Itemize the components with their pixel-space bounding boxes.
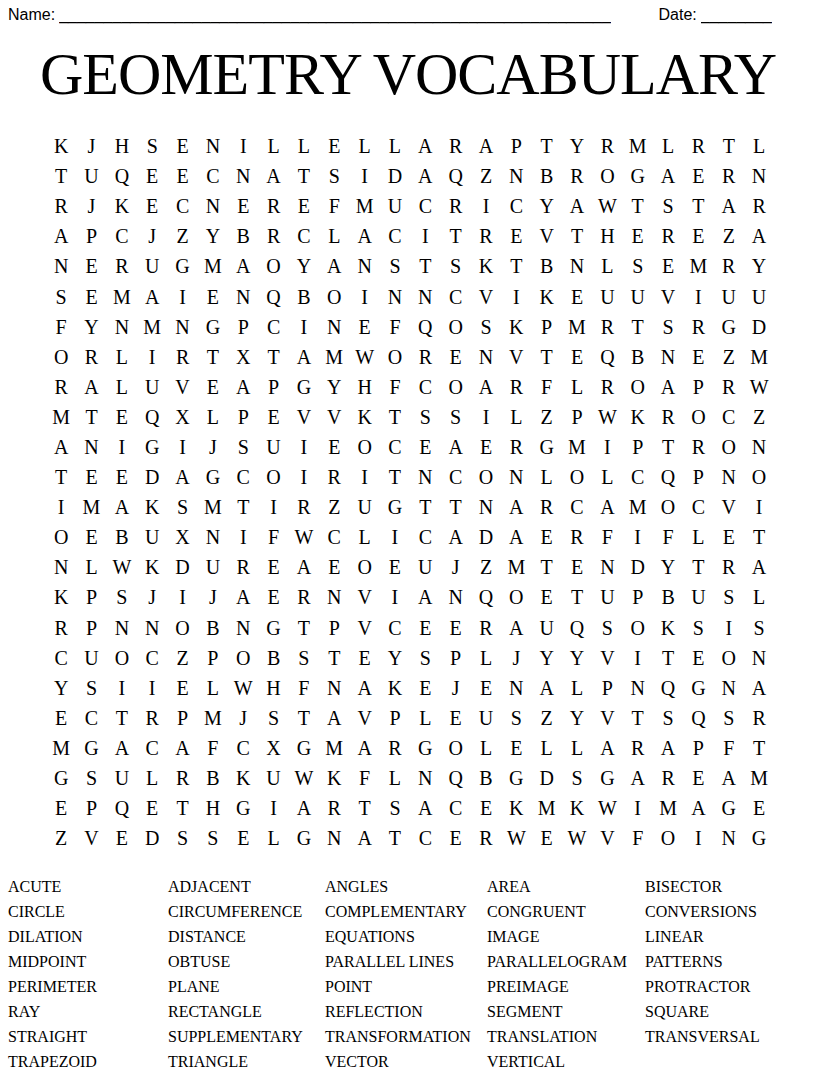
grid-cell-r11c20: P (623, 432, 653, 462)
grid-cell-r19c4: I (137, 673, 167, 703)
grid-cell-r6c5: I (167, 281, 197, 311)
grid-cell-r14c13: C (410, 522, 440, 552)
grid-cell-r13c19: A (592, 492, 622, 522)
grid-cell-r22c17: D (532, 763, 562, 793)
grid-cell-r24c22: I (683, 823, 713, 853)
grid-cell-r9c5: V (167, 372, 197, 402)
grid-cell-r17c1: R (46, 613, 76, 643)
grid-cell-r20c13: L (410, 703, 440, 733)
grid-cell-r23c6: H (198, 793, 228, 823)
grid-cell-r17c8: G (258, 613, 288, 643)
grid-cell-r1c14: R (440, 131, 470, 161)
grid-cell-r1c11: L (349, 131, 379, 161)
grid-cell-r4c5: Z (167, 221, 197, 251)
grid-cell-r7c12: F (380, 312, 410, 342)
grid-cell-r16c10: N (319, 582, 349, 612)
grid-cell-r8c7: X (228, 342, 258, 372)
grid-cell-r7c9: I (289, 312, 319, 342)
grid-cell-r6c8: Q (258, 281, 288, 311)
grid-cell-r3c21: S (653, 191, 683, 221)
grid-cell-r24c5: S (167, 823, 197, 853)
grid-cell-r10c10: V (319, 402, 349, 432)
grid-cell-r18c16: J (501, 643, 531, 673)
grid-cell-r6c3: M (107, 281, 137, 311)
name-blank-line[interactable]: ________________________________________… (59, 6, 611, 24)
grid-cell-r22c2: S (76, 763, 106, 793)
grid-cell-r2c12: D (380, 161, 410, 191)
grid-cell-r18c4: C (137, 643, 167, 673)
grid-cell-r5c9: Y (289, 251, 319, 281)
grid-cell-r9c3: L (107, 372, 137, 402)
grid-cell-r15c2: L (76, 552, 106, 582)
grid-cell-r18c9: S (289, 643, 319, 673)
grid-cell-r22c15: B (471, 763, 501, 793)
grid-cell-r21c17: L (532, 733, 562, 763)
grid-cell-r13c9: R (289, 492, 319, 522)
grid-cell-r10c20: K (623, 402, 653, 432)
grid-cell-r18c1: C (46, 643, 76, 673)
grid-cell-r5c12: S (380, 251, 410, 281)
grid-cell-r20c15: U (471, 703, 501, 733)
grid-cell-r7c24: D (744, 312, 774, 342)
grid-cell-r6c14: C (440, 281, 470, 311)
grid-cell-r18c6: P (198, 643, 228, 673)
grid-cell-r15c4: K (137, 552, 167, 582)
grid-cell-r12c3: E (107, 462, 137, 492)
grid-cell-r13c12: G (380, 492, 410, 522)
grid-cell-r24c8: L (258, 823, 288, 853)
word-bank-item-adjacent: ADJACENT (168, 875, 325, 900)
grid-cell-r17c15: R (471, 613, 501, 643)
grid-cell-r8c17: T (532, 342, 562, 372)
grid-cell-r20c19: V (592, 703, 622, 733)
grid-cell-r4c14: T (440, 221, 470, 251)
grid-cell-r15c20: D (623, 552, 653, 582)
grid-cell-r9c12: F (380, 372, 410, 402)
grid-cell-r2c7: N (228, 161, 258, 191)
grid-cell-r14c6: N (198, 522, 228, 552)
grid-cell-r4c15: R (471, 221, 501, 251)
grid-cell-r14c12: I (380, 522, 410, 552)
grid-cell-r11c4: G (137, 432, 167, 462)
grid-cell-r2c4: E (137, 161, 167, 191)
grid-cell-r14c21: F (653, 522, 683, 552)
grid-cell-r21c10: M (319, 733, 349, 763)
grid-cell-r20c14: E (440, 703, 470, 733)
grid-cell-r16c12: I (380, 582, 410, 612)
grid-cell-r2c19: O (592, 161, 622, 191)
grid-cell-r17c16: A (501, 613, 531, 643)
grid-cell-r11c19: I (592, 432, 622, 462)
grid-cell-r14c15: D (471, 522, 501, 552)
grid-cell-r9c18: L (562, 372, 592, 402)
grid-cell-r14c7: I (228, 522, 258, 552)
word-bank-item-dilation: DILATION (8, 925, 168, 950)
grid-cell-r21c6: F (198, 733, 228, 763)
word-bank-item-area: AREA (487, 875, 645, 900)
grid-cell-r2c11: I (349, 161, 379, 191)
grid-cell-r12c17: L (532, 462, 562, 492)
grid-cell-r20c16: S (501, 703, 531, 733)
grid-cell-r24c11: A (349, 823, 379, 853)
grid-cell-r7c2: Y (76, 312, 106, 342)
grid-cell-r15c1: N (46, 552, 76, 582)
word-bank-item-parallelogram: PARALLELOGRAM (487, 950, 645, 975)
grid-cell-r15c22: T (683, 552, 713, 582)
grid-cell-r12c6: G (198, 462, 228, 492)
grid-cell-r6c19: U (592, 281, 622, 311)
grid-cell-r3c18: A (562, 191, 592, 221)
grid-cell-r11c22: R (683, 432, 713, 462)
grid-cell-r13c20: M (623, 492, 653, 522)
grid-cell-r20c21: S (653, 703, 683, 733)
grid-cell-r11c11: O (349, 432, 379, 462)
grid-cell-r16c13: A (410, 582, 440, 612)
grid-cell-r12c4: D (137, 462, 167, 492)
grid-cell-r8c16: V (501, 342, 531, 372)
grid-cell-r4c13: I (410, 221, 440, 251)
grid-cell-r6c11: I (349, 281, 379, 311)
grid-cell-r6c1: S (46, 281, 76, 311)
grid-cell-r7c18: M (562, 312, 592, 342)
grid-cell-r6c9: B (289, 281, 319, 311)
grid-cell-r24c16: W (501, 823, 531, 853)
grid-cell-r23c15: E (471, 793, 501, 823)
grid-cell-r8c11: W (349, 342, 379, 372)
grid-cell-r7c20: T (623, 312, 653, 342)
grid-cell-r3c9: E (289, 191, 319, 221)
word-bank-item-segment: SEGMENT (487, 999, 645, 1024)
grid-cell-r12c13: N (410, 462, 440, 492)
word-bank-item-acute: ACUTE (8, 875, 168, 900)
grid-cell-r10c21: R (653, 402, 683, 432)
grid-cell-r20c20: T (623, 703, 653, 733)
word-bank-item-circle: CIRCLE (8, 900, 168, 925)
grid-cell-r8c4: I (137, 342, 167, 372)
grid-cell-r12c11: I (349, 462, 379, 492)
grid-cell-r18c2: U (76, 643, 106, 673)
grid-cell-r14c16: A (501, 522, 531, 552)
grid-cell-r22c13: N (410, 763, 440, 793)
grid-cell-r24c9: G (289, 823, 319, 853)
grid-cell-r7c5: N (167, 312, 197, 342)
grid-cell-r23c1: E (46, 793, 76, 823)
word-bank-item-transversal: TRANSVERSAL (645, 1024, 816, 1049)
grid-cell-r15c10: E (319, 552, 349, 582)
grid-cell-r10c22: O (683, 402, 713, 432)
grid-cell-r17c11: V (349, 613, 379, 643)
grid-cell-r13c1: I (46, 492, 76, 522)
grid-cell-r2c20: G (623, 161, 653, 191)
grid-cell-r5c5: G (167, 251, 197, 281)
grid-cell-r11c10: E (319, 432, 349, 462)
grid-cell-r8c5: R (167, 342, 197, 372)
grid-cell-r8c9: A (289, 342, 319, 372)
grid-cell-r20c9: T (289, 703, 319, 733)
grid-cell-r10c23: C (714, 402, 744, 432)
grid-cell-r14c19: F (592, 522, 622, 552)
grid-cell-r8c12: O (380, 342, 410, 372)
grid-cell-r23c18: K (562, 793, 592, 823)
grid-cell-r20c24: R (744, 703, 774, 733)
grid-cell-r6c23: U (714, 281, 744, 311)
grid-cell-r23c8: I (258, 793, 288, 823)
grid-cell-r23c3: Q (107, 793, 137, 823)
grid-cell-r24c24: G (744, 823, 774, 853)
grid-cell-r10c8: E (258, 402, 288, 432)
grid-cell-r12c19: L (592, 462, 622, 492)
grid-cell-r8c22: E (683, 342, 713, 372)
grid-cell-r9c24: W (744, 372, 774, 402)
grid-cell-r16c24: L (744, 582, 774, 612)
grid-cell-r11c17: G (532, 432, 562, 462)
grid-cell-r11c16: R (501, 432, 531, 462)
grid-cell-r22c7: K (228, 763, 258, 793)
grid-cell-r12c8: O (258, 462, 288, 492)
grid-cell-r5c18: N (562, 251, 592, 281)
grid-cell-r5c11: N (349, 251, 379, 281)
grid-cell-r14c9: W (289, 522, 319, 552)
grid-cell-r24c15: R (471, 823, 501, 853)
grid-cell-r1c10: E (319, 131, 349, 161)
grid-cell-r11c7: S (228, 432, 258, 462)
word-bank-item-rectangle: RECTANGLE (168, 999, 325, 1024)
grid-cell-r20c5: P (167, 703, 197, 733)
grid-cell-r21c3: A (107, 733, 137, 763)
grid-cell-r16c16: O (501, 582, 531, 612)
grid-cell-r22c9: W (289, 763, 319, 793)
word-bank-item-triangle: TRIANGLE (168, 1049, 325, 1074)
grid-cell-r10c24: Z (744, 402, 774, 432)
word-bank-item-linear: LINEAR (645, 925, 816, 950)
grid-cell-r12c23: N (714, 462, 744, 492)
grid-cell-r21c15: L (471, 733, 501, 763)
grid-cell-r12c5: A (167, 462, 197, 492)
grid-cell-r8c10: M (319, 342, 349, 372)
grid-cell-r3c22: T (683, 191, 713, 221)
grid-cell-r16c18: T (562, 582, 592, 612)
grid-cell-r17c12: C (380, 613, 410, 643)
grid-cell-r14c20: I (623, 522, 653, 552)
grid-cell-r9c6: E (198, 372, 228, 402)
grid-cell-r18c3: O (107, 643, 137, 673)
grid-cell-r7c11: E (349, 312, 379, 342)
grid-cell-r18c22: E (683, 643, 713, 673)
grid-cell-r2c18: R (562, 161, 592, 191)
grid-cell-r19c3: I (107, 673, 137, 703)
grid-cell-r3c11: M (349, 191, 379, 221)
grid-cell-r11c15: E (471, 432, 501, 462)
word-bank: ACUTEADJACENTANGLESAREABISECTORCIRCLECIR… (8, 875, 816, 1074)
grid-cell-r17c23: I (714, 613, 744, 643)
grid-cell-r16c21: B (653, 582, 683, 612)
grid-cell-r24c6: S (198, 823, 228, 853)
grid-cell-r8c19: Q (592, 342, 622, 372)
grid-cell-r15c7: R (228, 552, 258, 582)
grid-cell-r12c10: R (319, 462, 349, 492)
grid-cell-r15c18: E (562, 552, 592, 582)
grid-cell-r17c18: Q (562, 613, 592, 643)
grid-cell-r22c8: U (258, 763, 288, 793)
grid-cell-r4c4: J (137, 221, 167, 251)
grid-cell-r11c6: J (198, 432, 228, 462)
grid-cell-r16c15: Q (471, 582, 501, 612)
grid-cell-r17c9: T (289, 613, 319, 643)
grid-cell-r21c22: P (683, 733, 713, 763)
grid-cell-r8c14: E (440, 342, 470, 372)
grid-cell-r5c24: Y (744, 251, 774, 281)
grid-cell-r5c19: L (592, 251, 622, 281)
grid-cell-r6c10: O (319, 281, 349, 311)
grid-cell-r21c9: G (289, 733, 319, 763)
grid-cell-r19c12: K (380, 673, 410, 703)
grid-cell-r2c21: A (653, 161, 683, 191)
grid-cell-r5c3: R (107, 251, 137, 281)
grid-cell-r3c23: A (714, 191, 744, 221)
grid-cell-r19c5: E (167, 673, 197, 703)
grid-cell-r7c15: S (471, 312, 501, 342)
name-label: Name: (8, 6, 55, 24)
grid-cell-r13c16: A (501, 492, 531, 522)
grid-cell-r9c20: O (623, 372, 653, 402)
grid-cell-r21c24: T (744, 733, 774, 763)
grid-cell-r15c14: J (440, 552, 470, 582)
grid-cell-r23c22: A (683, 793, 713, 823)
date-blank-line[interactable]: ________ (701, 6, 772, 24)
grid-cell-r18c11: E (349, 643, 379, 673)
grid-cell-r11c8: U (258, 432, 288, 462)
grid-cell-r24c2: V (76, 823, 106, 853)
grid-cell-r13c15: N (471, 492, 501, 522)
word-bank-item-protractor: PROTRACTOR (645, 975, 816, 1000)
grid-cell-r2c5: E (167, 161, 197, 191)
grid-cell-r13c21: O (653, 492, 683, 522)
grid-cell-r3c2: J (76, 191, 106, 221)
grid-cell-r22c4: L (137, 763, 167, 793)
grid-cell-r19c1: Y (46, 673, 76, 703)
grid-cell-r8c8: T (258, 342, 288, 372)
grid-cell-r14c4: U (137, 522, 167, 552)
grid-cell-r20c6: M (198, 703, 228, 733)
grid-cell-r11c21: T (653, 432, 683, 462)
grid-cell-r17c3: N (107, 613, 137, 643)
grid-cell-r6c4: A (137, 281, 167, 311)
grid-cell-r22c18: S (562, 763, 592, 793)
grid-cell-r23c10: R (319, 793, 349, 823)
word-bank-item-circumference: CIRCUMFERENCE (168, 900, 325, 925)
grid-cell-r11c23: O (714, 432, 744, 462)
grid-cell-r3c8: R (258, 191, 288, 221)
grid-cell-r10c9: V (289, 402, 319, 432)
grid-cell-r18c17: Y (532, 643, 562, 673)
grid-cell-r18c24: N (744, 643, 774, 673)
grid-cell-r23c23: G (714, 793, 744, 823)
grid-cell-r20c2: C (76, 703, 106, 733)
grid-cell-r13c2: M (76, 492, 106, 522)
grid-cell-r19c9: F (289, 673, 319, 703)
grid-cell-r8c3: L (107, 342, 137, 372)
grid-cell-r8c1: O (46, 342, 76, 372)
grid-cell-r23c24: E (744, 793, 774, 823)
grid-cell-r19c23: N (714, 673, 744, 703)
grid-cell-r12c12: T (380, 462, 410, 492)
grid-cell-r18c21: T (653, 643, 683, 673)
grid-cell-r23c17: M (532, 793, 562, 823)
grid-cell-r9c8: P (258, 372, 288, 402)
grid-cell-r11c2: N (76, 432, 106, 462)
grid-cell-r8c13: R (410, 342, 440, 372)
grid-cell-r22c11: F (349, 763, 379, 793)
grid-cell-r19c21: Q (653, 673, 683, 703)
grid-cell-r22c12: L (380, 763, 410, 793)
grid-cell-r2c14: Q (440, 161, 470, 191)
grid-cell-r21c20: R (623, 733, 653, 763)
grid-cell-r24c19: V (592, 823, 622, 853)
grid-cell-r13c4: K (137, 492, 167, 522)
grid-cell-r3c5: C (167, 191, 197, 221)
grid-cell-r21c11: A (349, 733, 379, 763)
grid-cell-r2c13: A (410, 161, 440, 191)
grid-cell-r6c17: K (532, 281, 562, 311)
grid-cell-r5c1: N (46, 251, 76, 281)
grid-cell-r22c23: A (714, 763, 744, 793)
grid-cell-r6c16: I (501, 281, 531, 311)
grid-cell-r22c16: G (501, 763, 531, 793)
grid-cell-r8c24: M (744, 342, 774, 372)
grid-cell-r1c8: L (258, 131, 288, 161)
grid-cell-r20c12: P (380, 703, 410, 733)
grid-cell-r12c15: O (471, 462, 501, 492)
grid-cell-r20c11: V (349, 703, 379, 733)
grid-cell-r8c23: Z (714, 342, 744, 372)
grid-cell-r12c20: C (623, 462, 653, 492)
grid-cell-r14c8: F (258, 522, 288, 552)
grid-cell-r2c10: S (319, 161, 349, 191)
word-bank-item-point: POINT (325, 975, 487, 1000)
grid-cell-r17c24: S (744, 613, 774, 643)
word-bank-item-reflection: REFLECTION (325, 999, 487, 1024)
grid-cell-r24c3: E (107, 823, 137, 853)
grid-cell-r7c10: N (319, 312, 349, 342)
grid-cell-r24c14: E (440, 823, 470, 853)
grid-cell-r1c3: H (107, 131, 137, 161)
grid-cell-r24c1: Z (46, 823, 76, 853)
grid-cell-r5c6: M (198, 251, 228, 281)
grid-cell-r23c16: K (501, 793, 531, 823)
grid-cell-r11c5: I (167, 432, 197, 462)
grid-cell-r19c8: H (258, 673, 288, 703)
grid-cell-r8c6: T (198, 342, 228, 372)
grid-cell-r18c20: I (623, 643, 653, 673)
grid-cell-r24c17: E (532, 823, 562, 853)
grid-cell-r11c12: C (380, 432, 410, 462)
grid-cell-r19c10: N (319, 673, 349, 703)
grid-cell-r19c22: G (683, 673, 713, 703)
grid-cell-r7c4: M (137, 312, 167, 342)
grid-cell-r14c11: L (349, 522, 379, 552)
grid-cell-r3c20: T (623, 191, 653, 221)
grid-cell-r22c22: E (683, 763, 713, 793)
grid-cell-r19c11: A (349, 673, 379, 703)
grid-cell-r17c17: U (532, 613, 562, 643)
grid-cell-r8c21: N (653, 342, 683, 372)
grid-cell-r14c10: C (319, 522, 349, 552)
grid-cell-r2c15: Z (471, 161, 501, 191)
grid-cell-r21c23: F (714, 733, 744, 763)
grid-cell-r7c13: Q (410, 312, 440, 342)
grid-cell-r2c17: B (532, 161, 562, 191)
grid-cell-r17c7: N (228, 613, 258, 643)
